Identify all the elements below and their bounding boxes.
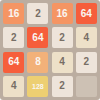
tile-4: 4 [3,76,24,97]
tile-64: 64 [76,3,97,24]
tile-4: 4 [76,27,97,48]
tile-2: 2 [52,76,73,97]
tile-64: 64 [27,27,48,48]
tile-64: 64 [3,52,24,73]
tile-8: 8 [27,52,48,73]
tile-2: 2 [76,52,97,73]
tile-4: 4 [52,52,73,73]
tile-2: 2 [27,3,48,24]
tile-16: 16 [52,3,73,24]
game-board-2048[interactable]: 1621664264246484241282 [0,0,100,100]
tile-128: 128 [27,76,48,97]
tile-2: 2 [52,27,73,48]
tile-16: 16 [3,3,24,24]
empty-cell [76,76,97,97]
tile-2: 2 [3,27,24,48]
